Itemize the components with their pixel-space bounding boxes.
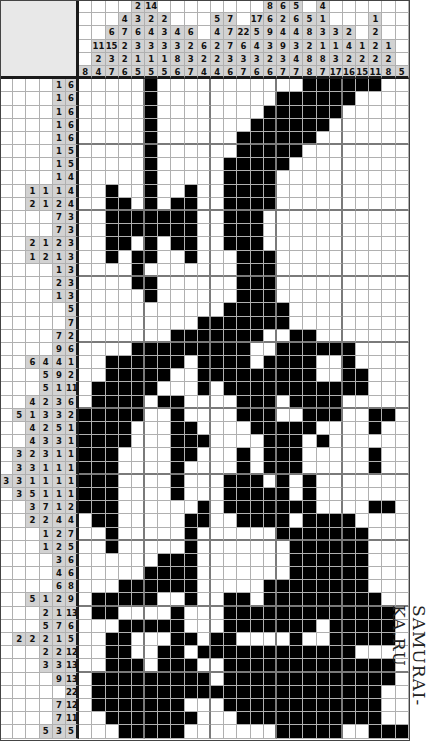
- grid-cell-filled[interactable]: [369, 79, 382, 92]
- grid-cell-empty[interactable]: [290, 198, 303, 211]
- grid-cell-empty[interactable]: [396, 158, 409, 171]
- grid-cell-filled[interactable]: [369, 659, 382, 672]
- grid-cell-empty[interactable]: [211, 501, 224, 514]
- grid-cell-filled[interactable]: [251, 264, 264, 277]
- grid-cell-filled[interactable]: [317, 725, 330, 738]
- grid-cell-empty[interactable]: [185, 145, 198, 158]
- grid-cell-empty[interactable]: [145, 633, 158, 646]
- grid-cell-empty[interactable]: [185, 475, 198, 488]
- grid-cell-filled[interactable]: [277, 501, 290, 514]
- grid-cell-filled[interactable]: [185, 185, 198, 198]
- grid-cell-filled[interactable]: [237, 317, 250, 330]
- grid-cell-filled[interactable]: [369, 620, 382, 633]
- grid-cell-empty[interactable]: [356, 185, 369, 198]
- grid-cell-empty[interactable]: [290, 277, 303, 290]
- grid-cell-empty[interactable]: [158, 198, 171, 211]
- grid-cell-filled[interactable]: [343, 382, 356, 395]
- grid-cell-empty[interactable]: [92, 369, 105, 382]
- grid-cell-empty[interactable]: [356, 343, 369, 356]
- grid-cell-empty[interactable]: [185, 303, 198, 316]
- grid-cell-filled[interactable]: [264, 514, 277, 527]
- grid-cell-filled[interactable]: [369, 501, 382, 514]
- grid-cell-empty[interactable]: [119, 132, 132, 145]
- grid-cell-filled[interactable]: [264, 171, 277, 184]
- grid-cell-filled[interactable]: [369, 673, 382, 686]
- grid-cell-filled[interactable]: [251, 303, 264, 316]
- grid-cell-empty[interactable]: [277, 277, 290, 290]
- grid-cell-empty[interactable]: [211, 673, 224, 686]
- grid-cell-empty[interactable]: [211, 725, 224, 738]
- grid-cell-empty[interactable]: [119, 475, 132, 488]
- grid-cell-filled[interactable]: [251, 607, 264, 620]
- grid-cell-empty[interactable]: [106, 290, 119, 303]
- grid-cell-empty[interactable]: [119, 185, 132, 198]
- grid-cell-empty[interactable]: [132, 462, 145, 475]
- grid-cell-empty[interactable]: [356, 211, 369, 224]
- grid-cell-empty[interactable]: [303, 224, 316, 237]
- grid-cell-filled[interactable]: [303, 567, 316, 580]
- grid-cell-empty[interactable]: [237, 106, 250, 119]
- grid-cell-empty[interactable]: [369, 264, 382, 277]
- grid-cell-empty[interactable]: [106, 330, 119, 343]
- grid-cell-empty[interactable]: [396, 409, 409, 422]
- grid-cell-empty[interactable]: [330, 211, 343, 224]
- grid-cell-empty[interactable]: [264, 633, 277, 646]
- grid-cell-filled[interactable]: [277, 620, 290, 633]
- grid-cell-filled[interactable]: [158, 620, 171, 633]
- grid-cell-empty[interactable]: [251, 528, 264, 541]
- grid-cell-empty[interactable]: [211, 185, 224, 198]
- grid-cell-empty[interactable]: [396, 541, 409, 554]
- grid-cell-filled[interactable]: [145, 580, 158, 593]
- grid-cell-empty[interactable]: [330, 448, 343, 461]
- grid-cell-empty[interactable]: [198, 290, 211, 303]
- grid-cell-filled[interactable]: [237, 659, 250, 672]
- grid-cell-filled[interactable]: [369, 422, 382, 435]
- grid-cell-empty[interactable]: [277, 237, 290, 250]
- grid-cell-empty[interactable]: [198, 132, 211, 145]
- grid-cell-filled[interactable]: [264, 580, 277, 593]
- grid-cell-empty[interactable]: [211, 158, 224, 171]
- grid-cell-filled[interactable]: [237, 264, 250, 277]
- grid-cell-empty[interactable]: [79, 567, 92, 580]
- grid-cell-empty[interactable]: [198, 119, 211, 132]
- grid-cell-filled[interactable]: [119, 211, 132, 224]
- grid-cell-filled[interactable]: [92, 501, 105, 514]
- grid-cell-empty[interactable]: [92, 290, 105, 303]
- grid-cell-filled[interactable]: [382, 501, 395, 514]
- grid-cell-filled[interactable]: [356, 686, 369, 699]
- grid-cell-filled[interactable]: [317, 119, 330, 132]
- grid-cell-empty[interactable]: [224, 396, 237, 409]
- grid-cell-filled[interactable]: [198, 382, 211, 395]
- grid-cell-empty[interactable]: [382, 712, 395, 725]
- grid-cell-empty[interactable]: [343, 224, 356, 237]
- grid-cell-filled[interactable]: [251, 119, 264, 132]
- grid-cell-empty[interactable]: [198, 607, 211, 620]
- grid-cell-empty[interactable]: [382, 264, 395, 277]
- grid-cell-empty[interactable]: [132, 528, 145, 541]
- grid-cell-filled[interactable]: [277, 673, 290, 686]
- grid-cell-empty[interactable]: [303, 145, 316, 158]
- grid-cell-empty[interactable]: [382, 317, 395, 330]
- grid-cell-empty[interactable]: [185, 725, 198, 738]
- grid-cell-empty[interactable]: [106, 171, 119, 184]
- grid-cell-empty[interactable]: [119, 607, 132, 620]
- grid-cell-empty[interactable]: [290, 158, 303, 171]
- grid-cell-empty[interactable]: [356, 237, 369, 250]
- grid-cell-filled[interactable]: [237, 185, 250, 198]
- grid-cell-filled[interactable]: [237, 673, 250, 686]
- grid-cell-filled[interactable]: [330, 382, 343, 395]
- grid-cell-filled[interactable]: [224, 488, 237, 501]
- grid-cell-empty[interactable]: [119, 171, 132, 184]
- grid-cell-filled[interactable]: [185, 580, 198, 593]
- grid-cell-empty[interactable]: [343, 119, 356, 132]
- grid-cell-filled[interactable]: [303, 501, 316, 514]
- grid-cell-empty[interactable]: [211, 593, 224, 606]
- grid-cell-empty[interactable]: [145, 462, 158, 475]
- grid-cell-filled[interactable]: [290, 92, 303, 105]
- grid-cell-filled[interactable]: [369, 593, 382, 606]
- grid-cell-filled[interactable]: [251, 422, 264, 435]
- grid-cell-empty[interactable]: [277, 211, 290, 224]
- grid-cell-filled[interactable]: [237, 712, 250, 725]
- grid-cell-filled[interactable]: [237, 198, 250, 211]
- grid-cell-empty[interactable]: [290, 303, 303, 316]
- grid-cell-empty[interactable]: [290, 79, 303, 92]
- grid-cell-filled[interactable]: [224, 633, 237, 646]
- grid-cell-empty[interactable]: [92, 211, 105, 224]
- grid-cell-filled[interactable]: [171, 330, 184, 343]
- grid-cell-filled[interactable]: [119, 396, 132, 409]
- grid-cell-empty[interactable]: [382, 448, 395, 461]
- grid-cell-filled[interactable]: [158, 580, 171, 593]
- grid-cell-empty[interactable]: [171, 303, 184, 316]
- grid-cell-empty[interactable]: [264, 237, 277, 250]
- grid-cell-filled[interactable]: [303, 382, 316, 395]
- grid-cell-filled[interactable]: [251, 158, 264, 171]
- grid-cell-empty[interactable]: [396, 79, 409, 92]
- grid-cell-empty[interactable]: [79, 106, 92, 119]
- grid-cell-filled[interactable]: [251, 712, 264, 725]
- grid-cell-empty[interactable]: [330, 422, 343, 435]
- grid-cell-empty[interactable]: [343, 330, 356, 343]
- grid-cell-empty[interactable]: [92, 251, 105, 264]
- grid-cell-empty[interactable]: [317, 356, 330, 369]
- grid-cell-empty[interactable]: [185, 92, 198, 105]
- grid-cell-empty[interactable]: [132, 132, 145, 145]
- grid-cell-empty[interactable]: [185, 317, 198, 330]
- grid-cell-empty[interactable]: [224, 422, 237, 435]
- grid-cell-filled[interactable]: [132, 593, 145, 606]
- grid-cell-filled[interactable]: [185, 659, 198, 672]
- grid-cell-empty[interactable]: [145, 422, 158, 435]
- grid-cell-empty[interactable]: [343, 725, 356, 738]
- grid-cell-empty[interactable]: [211, 264, 224, 277]
- grid-cell-filled[interactable]: [171, 567, 184, 580]
- grid-cell-empty[interactable]: [264, 528, 277, 541]
- grid-cell-empty[interactable]: [79, 699, 92, 712]
- grid-cell-empty[interactable]: [79, 580, 92, 593]
- grid-cell-filled[interactable]: [158, 659, 171, 672]
- grid-cell-empty[interactable]: [92, 132, 105, 145]
- grid-cell-empty[interactable]: [369, 224, 382, 237]
- grid-cell-filled[interactable]: [106, 633, 119, 646]
- grid-cell-filled[interactable]: [264, 593, 277, 606]
- grid-cell-filled[interactable]: [237, 356, 250, 369]
- grid-cell-filled[interactable]: [251, 185, 264, 198]
- grid-cell-empty[interactable]: [277, 554, 290, 567]
- grid-cell-empty[interactable]: [237, 79, 250, 92]
- grid-cell-empty[interactable]: [106, 620, 119, 633]
- grid-cell-empty[interactable]: [343, 422, 356, 435]
- grid-cell-filled[interactable]: [277, 422, 290, 435]
- grid-cell-filled[interactable]: [106, 607, 119, 620]
- grid-cell-empty[interactable]: [382, 198, 395, 211]
- grid-cell-empty[interactable]: [132, 448, 145, 461]
- grid-cell-filled[interactable]: [132, 396, 145, 409]
- grid-cell-filled[interactable]: [330, 528, 343, 541]
- grid-cell-filled[interactable]: [264, 264, 277, 277]
- grid-cell-empty[interactable]: [185, 409, 198, 422]
- grid-cell-empty[interactable]: [369, 382, 382, 395]
- grid-cell-filled[interactable]: [356, 382, 369, 395]
- grid-cell-empty[interactable]: [356, 356, 369, 369]
- grid-cell-filled[interactable]: [251, 659, 264, 672]
- grid-cell-filled[interactable]: [317, 712, 330, 725]
- grid-cell-empty[interactable]: [132, 607, 145, 620]
- grid-cell-filled[interactable]: [106, 686, 119, 699]
- grid-cell-empty[interactable]: [251, 462, 264, 475]
- grid-cell-filled[interactable]: [132, 343, 145, 356]
- grid-cell-empty[interactable]: [369, 119, 382, 132]
- grid-cell-filled[interactable]: [290, 448, 303, 461]
- grid-cell-empty[interactable]: [396, 686, 409, 699]
- grid-cell-empty[interactable]: [382, 211, 395, 224]
- grid-cell-filled[interactable]: [237, 303, 250, 316]
- grid-cell-empty[interactable]: [211, 448, 224, 461]
- grid-cell-empty[interactable]: [369, 185, 382, 198]
- grid-cell-empty[interactable]: [132, 501, 145, 514]
- grid-cell-empty[interactable]: [317, 277, 330, 290]
- grid-cell-filled[interactable]: [224, 659, 237, 672]
- grid-cell-filled[interactable]: [277, 580, 290, 593]
- grid-cell-filled[interactable]: [198, 514, 211, 527]
- grid-cell-empty[interactable]: [132, 79, 145, 92]
- grid-cell-empty[interactable]: [264, 224, 277, 237]
- grid-cell-empty[interactable]: [396, 382, 409, 395]
- grid-cell-empty[interactable]: [396, 317, 409, 330]
- grid-cell-empty[interactable]: [171, 106, 184, 119]
- grid-cell-empty[interactable]: [330, 277, 343, 290]
- grid-cell-empty[interactable]: [369, 158, 382, 171]
- grid-cell-filled[interactable]: [132, 224, 145, 237]
- grid-cell-empty[interactable]: [356, 264, 369, 277]
- grid-cell-empty[interactable]: [119, 106, 132, 119]
- grid-cell-filled[interactable]: [303, 514, 316, 527]
- grid-cell-empty[interactable]: [396, 514, 409, 527]
- grid-cell-empty[interactable]: [185, 356, 198, 369]
- grid-cell-empty[interactable]: [158, 106, 171, 119]
- grid-cell-filled[interactable]: [277, 119, 290, 132]
- grid-cell-empty[interactable]: [198, 224, 211, 237]
- grid-cell-filled[interactable]: [92, 699, 105, 712]
- grid-cell-empty[interactable]: [330, 158, 343, 171]
- grid-cell-empty[interactable]: [92, 725, 105, 738]
- grid-cell-empty[interactable]: [303, 448, 316, 461]
- grid-cell-filled[interactable]: [356, 528, 369, 541]
- grid-cell-empty[interactable]: [251, 343, 264, 356]
- grid-cell-empty[interactable]: [79, 673, 92, 686]
- grid-cell-empty[interactable]: [171, 382, 184, 395]
- grid-cell-filled[interactable]: [158, 567, 171, 580]
- grid-cell-filled[interactable]: [92, 382, 105, 395]
- grid-cell-filled[interactable]: [79, 475, 92, 488]
- grid-cell-filled[interactable]: [343, 712, 356, 725]
- grid-cell-empty[interactable]: [132, 198, 145, 211]
- grid-cell-empty[interactable]: [119, 330, 132, 343]
- grid-cell-empty[interactable]: [356, 290, 369, 303]
- grid-cell-filled[interactable]: [290, 106, 303, 119]
- grid-cell-filled[interactable]: [343, 607, 356, 620]
- grid-cell-filled[interactable]: [237, 501, 250, 514]
- grid-cell-filled[interactable]: [356, 712, 369, 725]
- grid-cell-empty[interactable]: [171, 92, 184, 105]
- grid-cell-filled[interactable]: [106, 409, 119, 422]
- grid-cell-filled[interactable]: [185, 686, 198, 699]
- grid-cell-filled[interactable]: [330, 92, 343, 105]
- grid-cell-empty[interactable]: [356, 330, 369, 343]
- grid-cell-filled[interactable]: [343, 79, 356, 92]
- grid-cell-filled[interactable]: [330, 567, 343, 580]
- grid-cell-empty[interactable]: [343, 317, 356, 330]
- grid-cell-empty[interactable]: [171, 501, 184, 514]
- grid-cell-empty[interactable]: [382, 435, 395, 448]
- grid-cell-filled[interactable]: [106, 462, 119, 475]
- grid-cell-empty[interactable]: [132, 633, 145, 646]
- grid-cell-filled[interactable]: [290, 382, 303, 395]
- grid-cell-empty[interactable]: [171, 158, 184, 171]
- grid-cell-filled[interactable]: [171, 554, 184, 567]
- grid-cell-filled[interactable]: [158, 725, 171, 738]
- grid-cell-filled[interactable]: [343, 92, 356, 105]
- grid-cell-filled[interactable]: [119, 435, 132, 448]
- grid-cell-filled[interactable]: [185, 422, 198, 435]
- grid-cell-empty[interactable]: [343, 290, 356, 303]
- grid-cell-filled[interactable]: [264, 290, 277, 303]
- grid-cell-empty[interactable]: [369, 317, 382, 330]
- grid-cell-filled[interactable]: [264, 435, 277, 448]
- grid-cell-filled[interactable]: [317, 396, 330, 409]
- grid-cell-filled[interactable]: [317, 646, 330, 659]
- grid-cell-filled[interactable]: [171, 396, 184, 409]
- grid-cell-empty[interactable]: [171, 79, 184, 92]
- grid-cell-empty[interactable]: [264, 567, 277, 580]
- grid-cell-filled[interactable]: [369, 686, 382, 699]
- grid-cell-filled[interactable]: [145, 211, 158, 224]
- grid-cell-empty[interactable]: [224, 712, 237, 725]
- grid-cell-filled[interactable]: [303, 369, 316, 382]
- grid-cell-empty[interactable]: [158, 79, 171, 92]
- grid-cell-filled[interactable]: [145, 620, 158, 633]
- grid-cell-filled[interactable]: [317, 92, 330, 105]
- grid-cell-filled[interactable]: [317, 673, 330, 686]
- grid-cell-empty[interactable]: [290, 514, 303, 527]
- grid-cell-filled[interactable]: [343, 567, 356, 580]
- grid-cell-filled[interactable]: [277, 92, 290, 105]
- grid-cell-empty[interactable]: [317, 422, 330, 435]
- grid-cell-filled[interactable]: [92, 686, 105, 699]
- grid-cell-filled[interactable]: [303, 79, 316, 92]
- grid-cell-filled[interactable]: [251, 369, 264, 382]
- grid-cell-filled[interactable]: [264, 145, 277, 158]
- grid-cell-empty[interactable]: [198, 620, 211, 633]
- grid-cell-empty[interactable]: [224, 290, 237, 303]
- grid-cell-filled[interactable]: [237, 158, 250, 171]
- grid-cell-empty[interactable]: [237, 554, 250, 567]
- grid-cell-empty[interactable]: [132, 158, 145, 171]
- grid-cell-filled[interactable]: [303, 409, 316, 422]
- grid-cell-empty[interactable]: [330, 251, 343, 264]
- grid-cell-empty[interactable]: [290, 251, 303, 264]
- grid-cell-filled[interactable]: [277, 462, 290, 475]
- grid-cell-filled[interactable]: [158, 686, 171, 699]
- grid-cell-filled[interactable]: [92, 422, 105, 435]
- grid-cell-empty[interactable]: [277, 290, 290, 303]
- grid-cell-empty[interactable]: [343, 185, 356, 198]
- grid-cell-filled[interactable]: [185, 211, 198, 224]
- grid-cell-filled[interactable]: [145, 712, 158, 725]
- grid-cell-empty[interactable]: [317, 488, 330, 501]
- grid-cell-empty[interactable]: [132, 145, 145, 158]
- grid-cell-empty[interactable]: [343, 132, 356, 145]
- grid-cell-filled[interactable]: [290, 369, 303, 382]
- grid-cell-filled[interactable]: [237, 593, 250, 606]
- grid-cell-empty[interactable]: [132, 317, 145, 330]
- grid-cell-filled[interactable]: [132, 409, 145, 422]
- grid-cell-filled[interactable]: [119, 224, 132, 237]
- grid-cell-empty[interactable]: [224, 435, 237, 448]
- grid-cell-filled[interactable]: [317, 541, 330, 554]
- grid-cell-filled[interactable]: [343, 343, 356, 356]
- grid-cell-filled[interactable]: [171, 580, 184, 593]
- grid-cell-filled[interactable]: [237, 171, 250, 184]
- grid-cell-empty[interactable]: [185, 501, 198, 514]
- grid-cell-empty[interactable]: [171, 119, 184, 132]
- grid-cell-empty[interactable]: [237, 633, 250, 646]
- grid-cell-filled[interactable]: [106, 593, 119, 606]
- grid-cell-empty[interactable]: [369, 528, 382, 541]
- grid-cell-empty[interactable]: [343, 462, 356, 475]
- grid-cell-empty[interactable]: [290, 185, 303, 198]
- grid-cell-filled[interactable]: [277, 607, 290, 620]
- grid-cell-empty[interactable]: [92, 712, 105, 725]
- grid-cell-filled[interactable]: [277, 646, 290, 659]
- grid-cell-empty[interactable]: [119, 462, 132, 475]
- grid-cell-empty[interactable]: [158, 514, 171, 527]
- grid-cell-empty[interactable]: [396, 198, 409, 211]
- grid-cell-empty[interactable]: [106, 119, 119, 132]
- grid-cell-filled[interactable]: [158, 699, 171, 712]
- grid-cell-filled[interactable]: [251, 171, 264, 184]
- grid-cell-filled[interactable]: [145, 79, 158, 92]
- grid-cell-filled[interactable]: [132, 277, 145, 290]
- grid-cell-empty[interactable]: [251, 567, 264, 580]
- grid-cell-empty[interactable]: [198, 277, 211, 290]
- grid-cell-empty[interactable]: [224, 92, 237, 105]
- grid-cell-filled[interactable]: [264, 462, 277, 475]
